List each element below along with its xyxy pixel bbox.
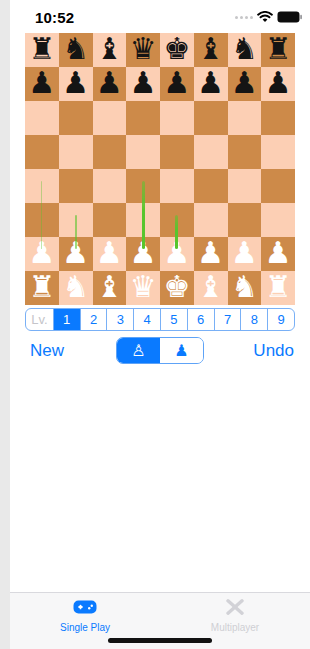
square-e7[interactable]: ♟ — [160, 67, 194, 101]
versus-x-icon — [223, 599, 247, 619]
white-king-piece: ♚ — [163, 272, 190, 302]
app-window: 10:52 ♜♞♝♛♚♝♞♜♟♟♟♟♟♟♟♟♟♟♟♟♟♟♟♟♜♞♝♛♚♝♞♜ L… — [10, 0, 310, 649]
white-pawn-piece: ♟ — [130, 238, 157, 268]
white-pawn-piece: ♟ — [28, 238, 55, 268]
square-a5[interactable] — [25, 135, 59, 169]
square-c6[interactable] — [93, 101, 127, 135]
square-c3[interactable] — [93, 203, 127, 237]
black-pawn-piece: ♟ — [130, 68, 157, 98]
black-pawn-piece: ♟ — [163, 68, 190, 98]
play-as-white-segment[interactable]: ♙ — [117, 338, 160, 363]
square-d1[interactable]: ♛ — [126, 271, 160, 305]
black-queen-piece: ♛ — [130, 34, 157, 64]
square-e1[interactable]: ♚ — [160, 271, 194, 305]
new-game-button[interactable]: New — [30, 341, 64, 361]
tab-single-play-label: Single Play — [60, 622, 110, 633]
square-d5[interactable] — [126, 135, 160, 169]
square-e5[interactable] — [160, 135, 194, 169]
white-pawn-piece: ♟ — [96, 238, 123, 268]
white-bishop-piece: ♝ — [197, 272, 224, 302]
square-f4[interactable] — [194, 169, 228, 203]
square-h4[interactable] — [261, 169, 295, 203]
black-pawn-piece: ♟ — [197, 68, 224, 98]
square-c7[interactable]: ♟ — [93, 67, 127, 101]
square-g4[interactable] — [228, 169, 262, 203]
white-pawn-piece: ♟ — [231, 238, 258, 268]
square-f8[interactable]: ♝ — [194, 33, 228, 67]
square-b7[interactable]: ♟ — [59, 67, 93, 101]
black-bishop-piece: ♝ — [96, 34, 123, 64]
square-h3[interactable] — [261, 203, 295, 237]
square-e4[interactable] — [160, 169, 194, 203]
level-2-button[interactable]: 2 — [80, 309, 107, 330]
square-h6[interactable] — [261, 101, 295, 135]
square-d8[interactable]: ♛ — [126, 33, 160, 67]
square-a4[interactable] — [25, 169, 59, 203]
level-4-button[interactable]: 4 — [133, 309, 160, 330]
square-h7[interactable]: ♟ — [261, 67, 295, 101]
square-g8[interactable]: ♞ — [228, 33, 262, 67]
level-1-button[interactable]: 1 — [53, 309, 80, 330]
wifi-icon — [257, 9, 273, 27]
square-e8[interactable]: ♚ — [160, 33, 194, 67]
level-9-button[interactable]: 9 — [267, 309, 294, 330]
square-g5[interactable] — [228, 135, 262, 169]
square-e6[interactable] — [160, 101, 194, 135]
square-e3[interactable] — [160, 203, 194, 237]
square-g3[interactable] — [228, 203, 262, 237]
black-pawn-icon: ♟ — [174, 343, 188, 359]
tab-multiplayer-label: Multiplayer — [211, 622, 259, 633]
square-h2[interactable]: ♟ — [261, 237, 295, 271]
white-rook-piece: ♜ — [265, 272, 292, 302]
black-knight-piece: ♞ — [62, 34, 89, 64]
square-a3[interactable] — [25, 203, 59, 237]
square-d3[interactable] — [126, 203, 160, 237]
level-7-button[interactable]: 7 — [214, 309, 241, 330]
black-pawn-piece: ♟ — [231, 68, 258, 98]
white-knight-piece: ♞ — [62, 272, 89, 302]
square-b8[interactable]: ♞ — [59, 33, 93, 67]
square-f6[interactable] — [194, 101, 228, 135]
white-pawn-piece: ♟ — [163, 238, 190, 268]
level-6-button[interactable]: 6 — [187, 309, 214, 330]
white-pawn-piece: ♟ — [197, 238, 224, 268]
black-knight-piece: ♞ — [231, 34, 258, 64]
level-8-button[interactable]: 8 — [240, 309, 267, 330]
side-selector: ♙ ♟ — [116, 337, 204, 364]
square-a8[interactable]: ♜ — [25, 33, 59, 67]
white-pawn-piece: ♟ — [265, 238, 292, 268]
square-a7[interactable]: ♟ — [25, 67, 59, 101]
black-pawn-piece: ♟ — [265, 68, 292, 98]
black-rook-piece: ♜ — [265, 34, 292, 64]
black-pawn-piece: ♟ — [62, 68, 89, 98]
white-bishop-piece: ♝ — [96, 272, 123, 302]
home-indicator[interactable] — [108, 638, 212, 643]
undo-button[interactable]: Undo — [253, 341, 294, 361]
square-d7[interactable]: ♟ — [126, 67, 160, 101]
controls-row: New ♙ ♟ Undo — [10, 337, 310, 364]
square-f3[interactable] — [194, 203, 228, 237]
square-c4[interactable] — [93, 169, 127, 203]
cellular-signal-icon — [235, 16, 253, 19]
square-a2[interactable]: ♟ — [25, 237, 59, 271]
square-g6[interactable] — [228, 101, 262, 135]
black-pawn-piece: ♟ — [96, 68, 123, 98]
square-b5[interactable] — [59, 135, 93, 169]
square-b1[interactable]: ♞ — [59, 271, 93, 305]
square-d4[interactable] — [126, 169, 160, 203]
status-bar: 10:52 — [10, 0, 310, 33]
square-f5[interactable] — [194, 135, 228, 169]
square-e2[interactable]: ♟ — [160, 237, 194, 271]
square-h5[interactable] — [261, 135, 295, 169]
white-knight-piece: ♞ — [231, 272, 258, 302]
square-g2[interactable]: ♟ — [228, 237, 262, 271]
level-3-button[interactable]: 3 — [106, 309, 133, 330]
white-rook-piece: ♜ — [28, 272, 55, 302]
white-queen-piece: ♛ — [130, 272, 157, 302]
square-b2[interactable]: ♟ — [59, 237, 93, 271]
level-label: Lv. — [26, 309, 53, 330]
square-f7[interactable]: ♟ — [194, 67, 228, 101]
square-h1[interactable]: ♜ — [261, 271, 295, 305]
square-c8[interactable]: ♝ — [93, 33, 127, 67]
square-b3[interactable] — [59, 203, 93, 237]
square-a1[interactable]: ♜ — [25, 271, 59, 305]
level-selector: Lv. 1 2 3 4 5 6 7 8 9 — [25, 308, 295, 331]
square-f1[interactable]: ♝ — [194, 271, 228, 305]
square-h8[interactable]: ♜ — [261, 33, 295, 67]
white-pawn-icon: ♙ — [131, 343, 145, 359]
black-pawn-piece: ♟ — [28, 68, 55, 98]
square-a6[interactable] — [25, 101, 59, 135]
black-bishop-piece: ♝ — [197, 34, 224, 64]
play-as-black-segment[interactable]: ♟ — [160, 338, 203, 363]
status-icons — [235, 9, 302, 27]
square-c2[interactable]: ♟ — [93, 237, 127, 271]
gamepad-icon — [73, 599, 97, 619]
square-g1[interactable]: ♞ — [228, 271, 262, 305]
board: ♜♞♝♛♚♝♞♜♟♟♟♟♟♟♟♟♟♟♟♟♟♟♟♟♜♞♝♛♚♝♞♜ — [25, 33, 295, 305]
level-5-button[interactable]: 5 — [160, 309, 187, 330]
clock: 10:52 — [35, 9, 74, 26]
square-b4[interactable] — [59, 169, 93, 203]
square-g7[interactable]: ♟ — [228, 67, 262, 101]
square-f2[interactable]: ♟ — [194, 237, 228, 271]
square-c5[interactable] — [93, 135, 127, 169]
black-rook-piece: ♜ — [28, 34, 55, 64]
battery-icon — [277, 9, 302, 27]
square-c1[interactable]: ♝ — [93, 271, 127, 305]
black-king-piece: ♚ — [163, 34, 190, 64]
square-d2[interactable]: ♟ — [126, 237, 160, 271]
square-d6[interactable] — [126, 101, 160, 135]
square-b6[interactable] — [59, 101, 93, 135]
white-pawn-piece: ♟ — [62, 238, 89, 268]
